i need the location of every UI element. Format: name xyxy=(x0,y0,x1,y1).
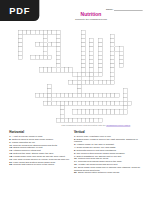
grid-cell[interactable] xyxy=(119,64,124,69)
attribution-line: This crossword puzzle was generated with… xyxy=(43,124,148,126)
name-blank-line[interactable] xyxy=(114,7,143,10)
horizontal-clues-section: Horizontal 1. A unit of energy found in … xyxy=(9,131,71,167)
vertical-clue-list: 1. Green leafy vegetable rich in iron2. … xyxy=(74,135,146,174)
grid-cell[interactable] xyxy=(56,64,61,69)
grid-cell[interactable] xyxy=(43,51,48,56)
pdf-badge: PDF xyxy=(0,0,39,21)
crossword-grid xyxy=(14,30,141,123)
attribution-link[interactable]: Crossword Puzzle Maker xyxy=(106,124,130,126)
clue-item: 22. Mineral that carries oxygen in the b… xyxy=(9,163,71,166)
clue-item: 2. Eating many kinds of food in the righ… xyxy=(74,138,146,143)
horizontal-heading: Horizontal xyxy=(9,131,71,134)
grid-cell[interactable] xyxy=(48,89,53,94)
grid-cell[interactable] xyxy=(98,72,103,77)
grid-cell[interactable] xyxy=(127,101,132,106)
grid-cell[interactable] xyxy=(90,68,95,73)
worksheet-page: PDF Nutrition Complete the crossword bel… xyxy=(0,0,149,198)
grid-cell[interactable] xyxy=(18,55,23,60)
grid-cell[interactable] xyxy=(123,110,128,115)
grid-cell[interactable] xyxy=(111,43,116,48)
name-field: Name: xyxy=(106,7,143,10)
grid-cell[interactable] xyxy=(48,97,53,102)
grid-cell[interactable] xyxy=(81,68,86,73)
grid-cell[interactable] xyxy=(48,55,53,60)
grid-cell[interactable] xyxy=(77,76,82,81)
grid-cell[interactable] xyxy=(77,89,82,94)
clue-item: 17. Drink made from cows rich in calcium… xyxy=(74,166,146,171)
grid-cell[interactable] xyxy=(123,106,128,111)
grid-cell[interactable] xyxy=(60,114,65,119)
clue-number: 22. xyxy=(9,163,13,165)
grid-cell[interactable] xyxy=(90,76,95,81)
grid-cell[interactable] xyxy=(98,118,103,123)
clue-item: 20. Small meals eaten between main meals xyxy=(74,171,146,174)
page-title: Nutrition xyxy=(50,11,132,17)
horizontal-clue-list: 1. A unit of energy found in food8. Nutr… xyxy=(9,135,71,166)
grid-cell[interactable] xyxy=(123,97,128,102)
vertical-clues-section: Vertical 1. Green leafy vegetable rich i… xyxy=(74,131,146,175)
grid-cell[interactable] xyxy=(115,93,120,98)
grid-cell[interactable] xyxy=(111,76,116,81)
grid-cell[interactable] xyxy=(43,38,48,43)
vertical-heading: Vertical xyxy=(74,131,146,134)
clue-number: 17. xyxy=(74,166,78,168)
name-label: Name: xyxy=(106,7,113,10)
grid-cell[interactable] xyxy=(111,80,116,85)
attribution-text: This crossword puzzle was generated with… xyxy=(61,124,106,126)
clue-number: 2. xyxy=(74,138,77,140)
clue-number: 20. xyxy=(74,171,78,173)
grid-cell[interactable] xyxy=(98,68,103,73)
page-subtitle: Complete the crossword below xyxy=(50,18,132,20)
pdf-badge-label: PDF xyxy=(9,5,30,16)
